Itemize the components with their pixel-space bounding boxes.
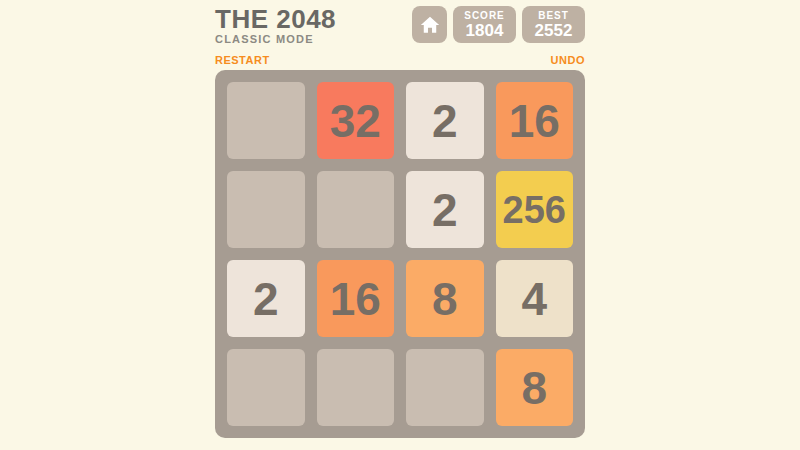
empty-cell-r2c2 xyxy=(317,171,395,248)
empty-cell-r4c3 xyxy=(406,349,484,426)
tile-16-r3c2: 16 xyxy=(317,260,395,337)
tile-4-r3c4: 4 xyxy=(496,260,574,337)
undo-button[interactable]: UNDO xyxy=(551,54,585,66)
tile-16-r1c4: 16 xyxy=(496,82,574,159)
best-value: 2552 xyxy=(522,21,585,40)
empty-cell-r4c2 xyxy=(317,349,395,426)
tile-2-r3c1: 2 xyxy=(227,260,305,337)
toolbar: RESTART UNDO xyxy=(215,54,585,66)
header: THE 2048 CLASSIC MODE SCORE 1804 BEST xyxy=(215,6,585,45)
empty-cell-r1c1 xyxy=(227,82,305,159)
game-board[interactable]: 322162256216848 xyxy=(215,70,585,438)
restart-button[interactable]: RESTART xyxy=(215,54,270,66)
score-badge: SCORE 1804 xyxy=(453,6,516,43)
tile-8-r4c4: 8 xyxy=(496,349,574,426)
tile-2-r2c3: 2 xyxy=(406,171,484,248)
home-icon xyxy=(419,14,441,36)
app-title: THE 2048 xyxy=(215,6,336,32)
tile-256-r2c4: 256 xyxy=(496,171,574,248)
title-block: THE 2048 CLASSIC MODE xyxy=(215,6,336,45)
empty-cell-r2c1 xyxy=(227,171,305,248)
stats-bar: SCORE 1804 BEST 2552 xyxy=(412,6,585,43)
home-button[interactable] xyxy=(412,6,447,43)
app-background: THE 2048 CLASSIC MODE SCORE 1804 BEST xyxy=(0,0,800,450)
tile-8-r3c3: 8 xyxy=(406,260,484,337)
score-value: 1804 xyxy=(453,21,516,40)
game-app: THE 2048 CLASSIC MODE SCORE 1804 BEST xyxy=(215,0,585,438)
best-badge: BEST 2552 xyxy=(522,6,585,43)
tile-2-r1c3: 2 xyxy=(406,82,484,159)
empty-cell-r4c1 xyxy=(227,349,305,426)
tile-32-r1c2: 32 xyxy=(317,82,395,159)
score-label: SCORE xyxy=(453,10,516,21)
mode-subtitle: CLASSIC MODE xyxy=(215,33,336,45)
best-label: BEST xyxy=(522,10,585,21)
